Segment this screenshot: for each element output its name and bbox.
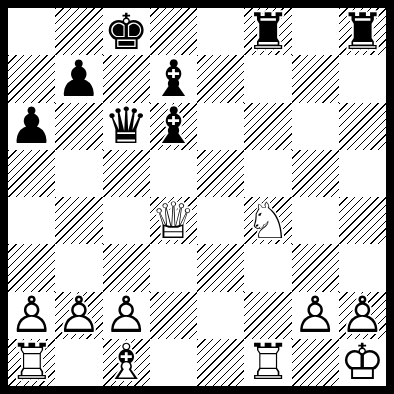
piece-silhouette: ♟: [55, 55, 102, 102]
square-g3[interactable]: [292, 244, 339, 291]
piece-outline: ♙: [8, 292, 55, 339]
white-knight[interactable]: ♞♘: [244, 197, 291, 244]
piece-silhouette: ♟: [292, 292, 339, 339]
square-c3[interactable]: [103, 244, 150, 291]
piece-outline: ♙: [103, 292, 150, 339]
square-b7[interactable]: ♟: [55, 55, 102, 102]
square-b8[interactable]: [55, 8, 102, 55]
piece-silhouette: ♜: [244, 8, 291, 55]
square-f3[interactable]: [244, 244, 291, 291]
white-pawn[interactable]: ♟♙: [103, 292, 150, 339]
chess-board: ♚♜♜♟♝♟♛♝♛♕♞♘♟♙♟♙♟♙♟♙♟♙♜♖♝♗♜♖♚♔: [8, 8, 386, 386]
square-h7[interactable]: [339, 55, 386, 102]
piece-silhouette: ♟: [339, 292, 386, 339]
square-c4[interactable]: [103, 197, 150, 244]
piece-silhouette: ♝: [150, 103, 197, 150]
square-e1[interactable]: [197, 339, 244, 386]
square-a4[interactable]: [8, 197, 55, 244]
white-rook[interactable]: ♜♖: [8, 339, 55, 386]
square-h2[interactable]: ♟♙: [339, 292, 386, 339]
square-e2[interactable]: [197, 292, 244, 339]
square-f5[interactable]: [244, 150, 291, 197]
square-a7[interactable]: [8, 55, 55, 102]
black-bishop[interactable]: ♝: [150, 103, 197, 150]
square-b4[interactable]: [55, 197, 102, 244]
square-f2[interactable]: [244, 292, 291, 339]
square-d2[interactable]: [150, 292, 197, 339]
square-d7[interactable]: ♝: [150, 55, 197, 102]
square-g5[interactable]: [292, 150, 339, 197]
piece-outline: ♔: [339, 339, 386, 386]
black-pawn[interactable]: ♟: [8, 103, 55, 150]
square-a2[interactable]: ♟♙: [8, 292, 55, 339]
square-b1[interactable]: [55, 339, 102, 386]
piece-silhouette: ♞: [244, 197, 291, 244]
square-c2[interactable]: ♟♙: [103, 292, 150, 339]
piece-silhouette: ♛: [150, 197, 197, 244]
white-rook[interactable]: ♜♖: [244, 339, 291, 386]
square-e4[interactable]: [197, 197, 244, 244]
square-g4[interactable]: [292, 197, 339, 244]
piece-silhouette: ♝: [150, 55, 197, 102]
piece-silhouette: ♚: [103, 8, 150, 55]
piece-silhouette: ♝: [103, 339, 150, 386]
white-queen[interactable]: ♛♕: [150, 197, 197, 244]
square-b3[interactable]: [55, 244, 102, 291]
square-b6[interactable]: [55, 103, 102, 150]
square-c8[interactable]: ♚: [103, 8, 150, 55]
square-f4[interactable]: ♞♘: [244, 197, 291, 244]
piece-silhouette: ♜: [244, 339, 291, 386]
square-a5[interactable]: [8, 150, 55, 197]
piece-outline: ♕: [150, 197, 197, 244]
piece-outline: ♙: [292, 292, 339, 339]
square-e5[interactable]: [197, 150, 244, 197]
square-h4[interactable]: [339, 197, 386, 244]
piece-outline: ♙: [55, 292, 102, 339]
square-a1[interactable]: ♜♖: [8, 339, 55, 386]
square-a3[interactable]: [8, 244, 55, 291]
piece-silhouette: ♜: [339, 8, 386, 55]
piece-silhouette: ♟: [55, 292, 102, 339]
square-f1[interactable]: ♜♖: [244, 339, 291, 386]
square-d6[interactable]: ♝: [150, 103, 197, 150]
square-e3[interactable]: [197, 244, 244, 291]
square-f6[interactable]: [244, 103, 291, 150]
square-c6[interactable]: ♛: [103, 103, 150, 150]
square-g7[interactable]: [292, 55, 339, 102]
square-g1[interactable]: [292, 339, 339, 386]
square-g2[interactable]: ♟♙: [292, 292, 339, 339]
square-f7[interactable]: [244, 55, 291, 102]
square-c7[interactable]: [103, 55, 150, 102]
piece-outline: ♖: [244, 339, 291, 386]
white-pawn[interactable]: ♟♙: [8, 292, 55, 339]
piece-outline: ♙: [339, 292, 386, 339]
piece-silhouette: ♛: [103, 103, 150, 150]
white-pawn[interactable]: ♟♙: [339, 292, 386, 339]
square-h5[interactable]: [339, 150, 386, 197]
black-king[interactable]: ♚: [103, 8, 150, 55]
black-bishop[interactable]: ♝: [150, 55, 197, 102]
square-f8[interactable]: ♜: [244, 8, 291, 55]
white-king[interactable]: ♚♔: [339, 339, 386, 386]
square-e7[interactable]: [197, 55, 244, 102]
square-e8[interactable]: [197, 8, 244, 55]
piece-silhouette: ♟: [103, 292, 150, 339]
piece-silhouette: ♟: [8, 103, 55, 150]
square-h1[interactable]: ♚♔: [339, 339, 386, 386]
square-a8[interactable]: [8, 8, 55, 55]
square-d5[interactable]: [150, 150, 197, 197]
square-c5[interactable]: [103, 150, 150, 197]
black-rook[interactable]: ♜: [339, 8, 386, 55]
piece-silhouette: ♜: [8, 339, 55, 386]
white-pawn[interactable]: ♟♙: [55, 292, 102, 339]
square-g6[interactable]: [292, 103, 339, 150]
square-c1[interactable]: ♝♗: [103, 339, 150, 386]
white-pawn[interactable]: ♟♙: [292, 292, 339, 339]
square-a6[interactable]: ♟: [8, 103, 55, 150]
piece-outline: ♗: [103, 339, 150, 386]
piece-outline: ♖: [8, 339, 55, 386]
square-d4[interactable]: ♛♕: [150, 197, 197, 244]
square-h3[interactable]: [339, 244, 386, 291]
piece-silhouette: ♟: [8, 292, 55, 339]
black-queen[interactable]: ♛: [103, 103, 150, 150]
black-rook[interactable]: ♜: [244, 8, 291, 55]
square-h6[interactable]: [339, 103, 386, 150]
square-d3[interactable]: [150, 244, 197, 291]
black-pawn[interactable]: ♟: [55, 55, 102, 102]
square-d8[interactable]: [150, 8, 197, 55]
piece-silhouette: ♚: [339, 339, 386, 386]
white-bishop[interactable]: ♝♗: [103, 339, 150, 386]
square-d1[interactable]: [150, 339, 197, 386]
square-g8[interactable]: [292, 8, 339, 55]
square-b5[interactable]: [55, 150, 102, 197]
square-b2[interactable]: ♟♙: [55, 292, 102, 339]
piece-outline: ♘: [244, 197, 291, 244]
chess-board-frame: ♚♜♜♟♝♟♛♝♛♕♞♘♟♙♟♙♟♙♟♙♟♙♜♖♝♗♜♖♚♔: [0, 0, 394, 394]
square-h8[interactable]: ♜: [339, 8, 386, 55]
square-e6[interactable]: [197, 103, 244, 150]
